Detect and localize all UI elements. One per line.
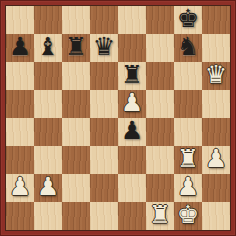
square-b2[interactable]: ♟: [34, 174, 62, 202]
piece-black-bishop[interactable]: ♝: [37, 34, 59, 61]
square-h6[interactable]: ♛: [202, 62, 230, 90]
square-c1[interactable]: [62, 202, 90, 230]
square-b6[interactable]: [34, 62, 62, 90]
square-d4[interactable]: [90, 118, 118, 146]
piece-white-pawn[interactable]: ♟: [121, 90, 143, 117]
square-g4[interactable]: [174, 118, 202, 146]
piece-black-rook[interactable]: ♜: [65, 34, 87, 61]
square-a7[interactable]: ♟: [6, 34, 34, 62]
square-g3[interactable]: ♜: [174, 146, 202, 174]
piece-black-queen[interactable]: ♛: [93, 34, 115, 61]
square-h2[interactable]: [202, 174, 230, 202]
square-g8[interactable]: ♚: [174, 6, 202, 34]
square-h3[interactable]: ♟: [202, 146, 230, 174]
square-f6[interactable]: [146, 62, 174, 90]
square-d2[interactable]: [90, 174, 118, 202]
square-d6[interactable]: [90, 62, 118, 90]
piece-white-rook[interactable]: ♜: [149, 202, 171, 229]
square-g2[interactable]: ♟: [174, 174, 202, 202]
piece-black-knight[interactable]: ♞: [177, 34, 199, 61]
square-c3[interactable]: [62, 146, 90, 174]
square-a8[interactable]: [6, 6, 34, 34]
square-b3[interactable]: [34, 146, 62, 174]
square-e1[interactable]: [118, 202, 146, 230]
square-d3[interactable]: [90, 146, 118, 174]
square-f4[interactable]: [146, 118, 174, 146]
square-e6[interactable]: ♜: [118, 62, 146, 90]
square-a2[interactable]: ♟: [6, 174, 34, 202]
square-f2[interactable]: [146, 174, 174, 202]
square-a4[interactable]: [6, 118, 34, 146]
square-a6[interactable]: [6, 62, 34, 90]
square-c2[interactable]: [62, 174, 90, 202]
square-a5[interactable]: [6, 90, 34, 118]
square-c7[interactable]: ♜: [62, 34, 90, 62]
square-c8[interactable]: [62, 6, 90, 34]
square-c6[interactable]: [62, 62, 90, 90]
square-h8[interactable]: [202, 6, 230, 34]
square-c4[interactable]: [62, 118, 90, 146]
square-g1[interactable]: ♚: [174, 202, 202, 230]
square-f1[interactable]: ♜: [146, 202, 174, 230]
square-d1[interactable]: [90, 202, 118, 230]
piece-black-rook[interactable]: ♜: [121, 62, 143, 89]
piece-white-pawn[interactable]: ♟: [177, 174, 199, 201]
square-f7[interactable]: [146, 34, 174, 62]
square-e3[interactable]: [118, 146, 146, 174]
square-g6[interactable]: [174, 62, 202, 90]
square-b8[interactable]: [34, 6, 62, 34]
square-f3[interactable]: [146, 146, 174, 174]
square-e4[interactable]: ♟: [118, 118, 146, 146]
piece-white-pawn[interactable]: ♟: [37, 174, 59, 201]
piece-black-pawn[interactable]: ♟: [9, 34, 31, 61]
piece-white-pawn[interactable]: ♟: [9, 174, 31, 201]
square-f8[interactable]: [146, 6, 174, 34]
piece-white-rook[interactable]: ♜: [177, 146, 199, 173]
square-h1[interactable]: [202, 202, 230, 230]
square-g7[interactable]: ♞: [174, 34, 202, 62]
piece-white-king[interactable]: ♚: [177, 202, 199, 229]
piece-black-king[interactable]: ♚: [177, 6, 199, 33]
square-b5[interactable]: [34, 90, 62, 118]
square-f5[interactable]: [146, 90, 174, 118]
piece-black-pawn[interactable]: ♟: [121, 118, 143, 145]
square-g5[interactable]: [174, 90, 202, 118]
square-e7[interactable]: [118, 34, 146, 62]
square-h7[interactable]: [202, 34, 230, 62]
square-e5[interactable]: ♟: [118, 90, 146, 118]
board-frame: ♚♟♝♜♛♞♜♛♟♟♜♟♟♟♟♜♚: [0, 0, 236, 236]
chess-board: ♚♟♝♜♛♞♜♛♟♟♜♟♟♟♟♜♚: [6, 6, 230, 230]
square-c5[interactable]: [62, 90, 90, 118]
square-b4[interactable]: [34, 118, 62, 146]
piece-white-queen[interactable]: ♛: [205, 62, 227, 89]
square-e2[interactable]: [118, 174, 146, 202]
square-b7[interactable]: ♝: [34, 34, 62, 62]
square-a1[interactable]: [6, 202, 34, 230]
square-e8[interactable]: [118, 6, 146, 34]
square-d7[interactable]: ♛: [90, 34, 118, 62]
square-h5[interactable]: [202, 90, 230, 118]
square-b1[interactable]: [34, 202, 62, 230]
square-a3[interactable]: [6, 146, 34, 174]
square-d5[interactable]: [90, 90, 118, 118]
square-d8[interactable]: [90, 6, 118, 34]
piece-white-pawn[interactable]: ♟: [205, 146, 227, 173]
square-h4[interactable]: [202, 118, 230, 146]
